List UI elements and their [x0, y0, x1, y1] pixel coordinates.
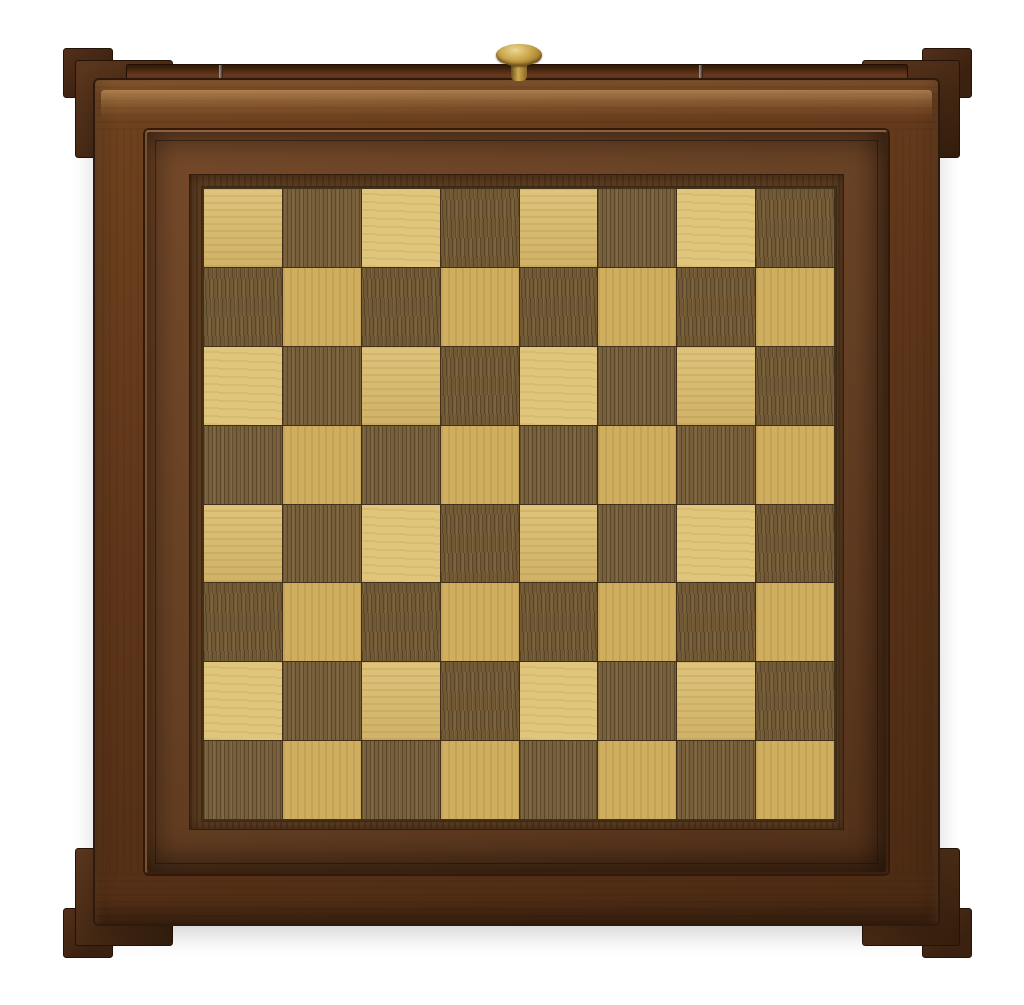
square-b3[interactable] — [283, 583, 361, 661]
square-e8[interactable] — [520, 189, 598, 267]
square-a4[interactable] — [204, 505, 282, 583]
square-a1[interactable] — [204, 741, 282, 819]
square-f7[interactable] — [598, 268, 676, 346]
square-f1[interactable] — [598, 741, 676, 819]
product-photo — [0, 0, 1024, 1005]
square-e7[interactable] — [520, 268, 598, 346]
square-h8[interactable] — [756, 189, 834, 267]
square-g2[interactable] — [677, 662, 755, 740]
square-c7[interactable] — [362, 268, 440, 346]
square-b7[interactable] — [283, 268, 361, 346]
frame-grain-left — [95, 130, 145, 874]
square-g1[interactable] — [677, 741, 755, 819]
square-g7[interactable] — [677, 268, 755, 346]
square-b2[interactable] — [283, 662, 361, 740]
square-a8[interactable] — [204, 189, 282, 267]
square-b4[interactable] — [283, 505, 361, 583]
frame-grain-top — [95, 80, 938, 130]
square-b1[interactable] — [283, 741, 361, 819]
square-h1[interactable] — [756, 741, 834, 819]
square-b8[interactable] — [283, 189, 361, 267]
square-d8[interactable] — [441, 189, 519, 267]
drawer-knob[interactable] — [496, 44, 542, 82]
square-a5[interactable] — [204, 426, 282, 504]
square-c5[interactable] — [362, 426, 440, 504]
square-g5[interactable] — [677, 426, 755, 504]
square-d1[interactable] — [441, 741, 519, 819]
square-c3[interactable] — [362, 583, 440, 661]
square-c4[interactable] — [362, 505, 440, 583]
square-c1[interactable] — [362, 741, 440, 819]
square-b6[interactable] — [283, 347, 361, 425]
square-d5[interactable] — [441, 426, 519, 504]
square-d2[interactable] — [441, 662, 519, 740]
square-e5[interactable] — [520, 426, 598, 504]
square-d3[interactable] — [441, 583, 519, 661]
square-a6[interactable] — [204, 347, 282, 425]
square-a7[interactable] — [204, 268, 282, 346]
square-e6[interactable] — [520, 347, 598, 425]
square-f3[interactable] — [598, 583, 676, 661]
game-table-top — [93, 78, 940, 926]
square-g6[interactable] — [677, 347, 755, 425]
square-f2[interactable] — [598, 662, 676, 740]
square-g3[interactable] — [677, 583, 755, 661]
drawer-knob-cap — [496, 44, 542, 66]
square-f5[interactable] — [598, 426, 676, 504]
square-f4[interactable] — [598, 505, 676, 583]
square-e1[interactable] — [520, 741, 598, 819]
square-a2[interactable] — [204, 662, 282, 740]
chess-board — [201, 186, 837, 822]
square-e4[interactable] — [520, 505, 598, 583]
square-c8[interactable] — [362, 189, 440, 267]
square-h7[interactable] — [756, 268, 834, 346]
frame-grain-bottom — [95, 874, 938, 924]
square-c6[interactable] — [362, 347, 440, 425]
polished-edge-highlight — [101, 90, 932, 120]
square-e3[interactable] — [520, 583, 598, 661]
square-a3[interactable] — [204, 583, 282, 661]
square-g8[interactable] — [677, 189, 755, 267]
square-h3[interactable] — [756, 583, 834, 661]
square-f6[interactable] — [598, 347, 676, 425]
square-g4[interactable] — [677, 505, 755, 583]
square-h5[interactable] — [756, 426, 834, 504]
square-f8[interactable] — [598, 189, 676, 267]
square-d6[interactable] — [441, 347, 519, 425]
frame-grain-right — [888, 130, 938, 874]
square-e2[interactable] — [520, 662, 598, 740]
square-h4[interactable] — [756, 505, 834, 583]
square-h6[interactable] — [756, 347, 834, 425]
square-b5[interactable] — [283, 426, 361, 504]
square-h2[interactable] — [756, 662, 834, 740]
square-d7[interactable] — [441, 268, 519, 346]
square-c2[interactable] — [362, 662, 440, 740]
square-d4[interactable] — [441, 505, 519, 583]
